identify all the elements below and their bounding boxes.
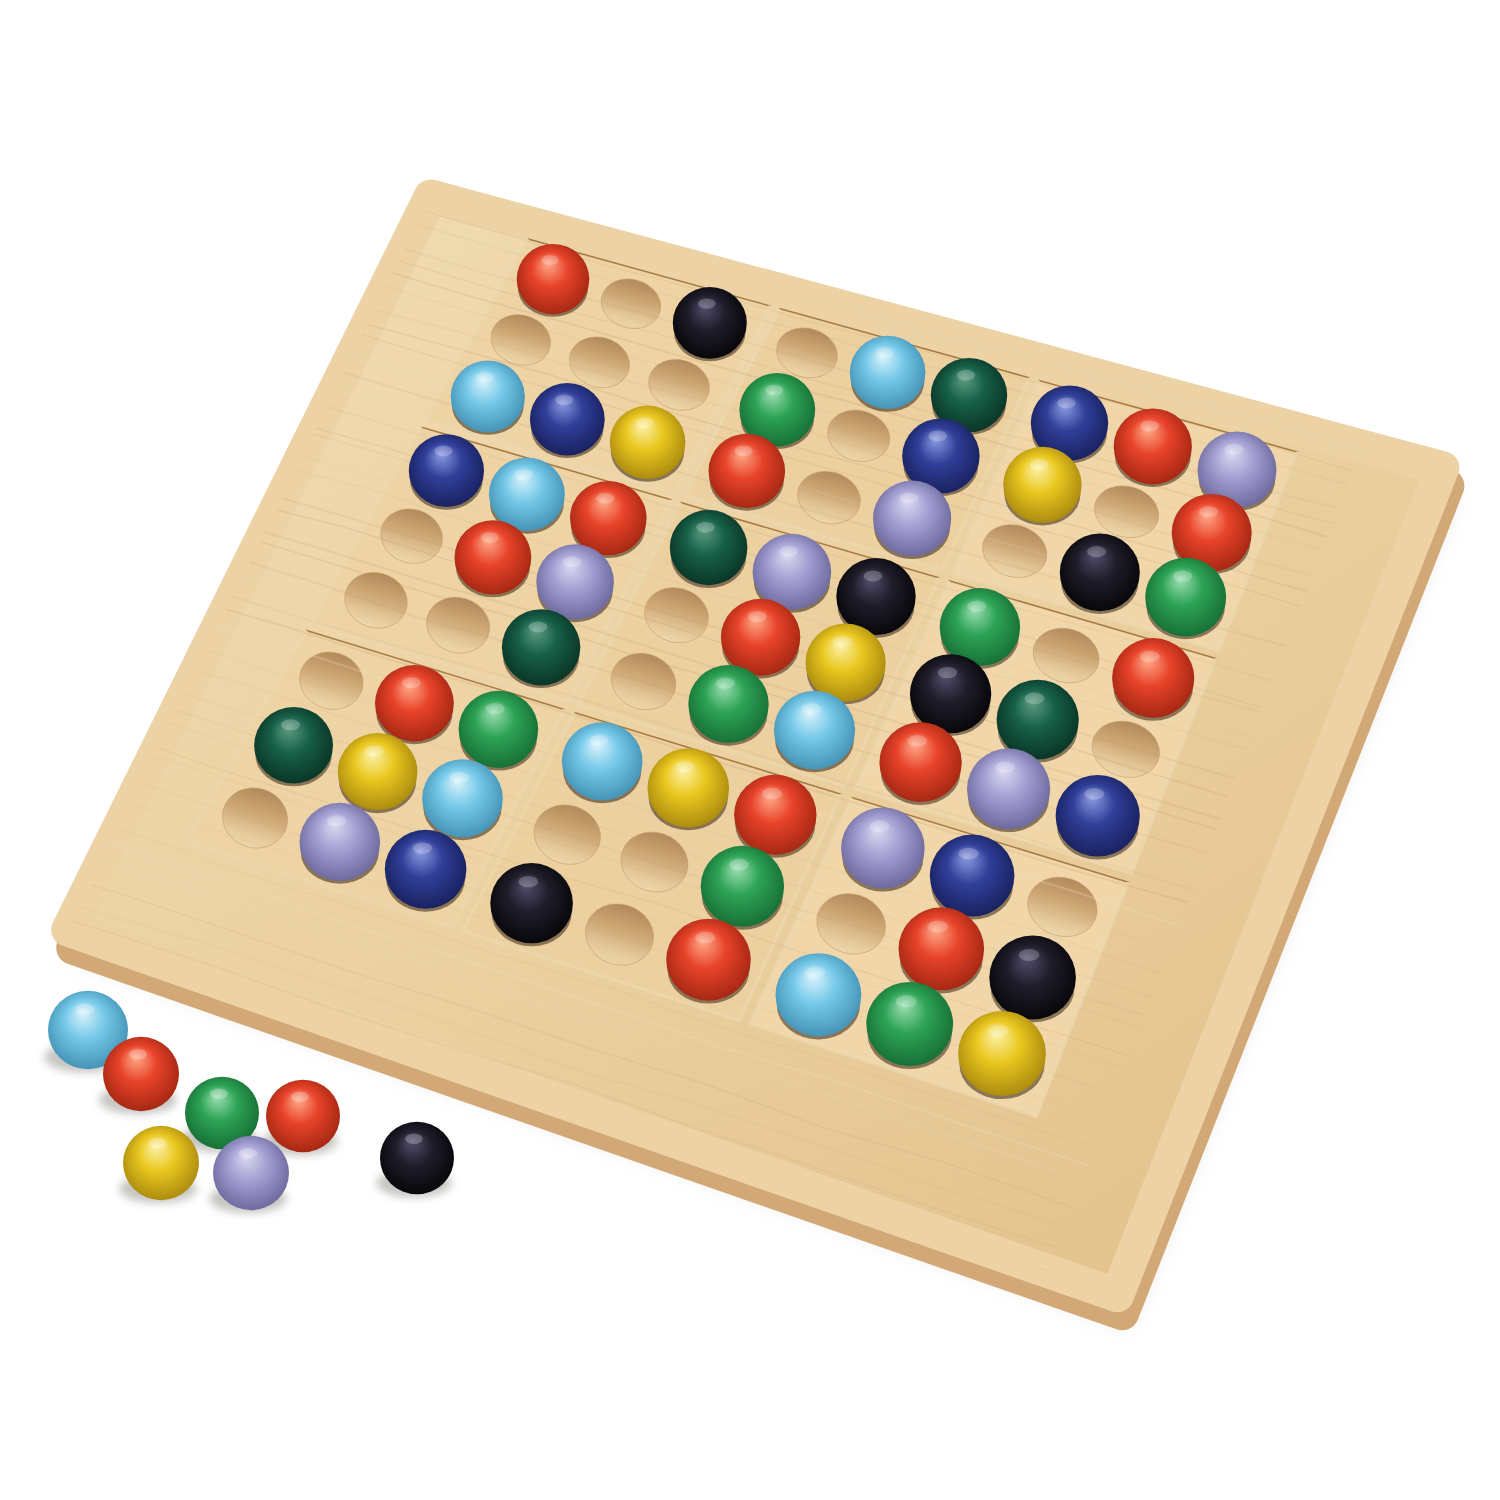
ball-r9c9-yellow[interactable] [958,1011,1046,1099]
ball-specular-highlight [1087,546,1106,557]
ball-r3c4-red[interactable] [709,434,786,511]
ball-sphere [899,907,985,990]
ball-specular-highlight [762,788,782,800]
ball-specular-highlight [900,493,919,504]
ball-r7c2-red[interactable] [375,665,454,744]
ball-specular-highlight [515,469,533,480]
ball-r8c8-red[interactable] [899,907,985,993]
scene [0,0,1500,1500]
ball-specular-highlight [870,820,890,832]
ball-specular-highlight [1140,651,1160,663]
photo-canvas [0,0,1500,1500]
ball-r3c9-green[interactable] [1145,558,1226,639]
ball-r3c2-dark-blue[interactable] [530,383,605,458]
ball-sphere [489,457,565,531]
ball-specular-highlight [988,1025,1009,1037]
ball-sphere [753,534,832,610]
ball-specular-highlight [695,932,715,944]
ball-sphere [709,434,786,508]
ball-r6c8-purple[interactable] [967,749,1050,833]
ball-sphere [841,808,925,889]
ball-specular-highlight [967,601,986,612]
ball-sphere [958,1011,1046,1096]
ball-sphere [648,748,730,827]
ball-specular-highlight [486,703,505,714]
ball-sphere [490,863,573,943]
ball-specular-highlight [1084,788,1104,800]
ball-sphere [670,510,748,585]
ball-r6c5-green[interactable] [688,665,768,746]
ball-specular-highlight [729,859,749,871]
ball-r1c8-red[interactable] [1114,408,1192,487]
ball-sphere [1056,775,1140,857]
ball-specular-highlight [1030,459,1049,470]
ball-r4c9-red[interactable] [1112,638,1194,721]
ball-sphere [806,624,886,702]
ball-sphere [300,803,381,881]
ball-sphere [910,654,991,733]
ball-r8c6-green[interactable] [701,846,784,930]
ball-r9c7-light-blue[interactable] [776,953,862,1039]
ball-r3c6-purple[interactable] [873,481,951,560]
ball-specular-highlight [1025,693,1045,705]
ball-r8c2-yellow[interactable] [338,733,418,813]
ball-r6c6-light-blue[interactable] [774,691,855,773]
ball-specular-highlight [957,370,975,381]
ball-sphere [610,406,686,479]
ball-specular-highlight [413,842,433,853]
ball-sphere [879,722,961,802]
ball-sphere [517,244,590,314]
ball-specular-highlight [863,570,882,581]
ball-sphere [688,665,768,743]
ball-specular-highlight [1199,506,1218,517]
ball-sphere [123,1126,199,1200]
ball-specular-highlight [748,611,767,622]
ball-specular-highlight [555,395,573,405]
ball-r1c5-light-blue[interactable] [850,336,926,412]
ball-specular-highlight [907,735,927,747]
ball-specular-highlight [805,967,826,979]
ball-sphere [1112,638,1194,718]
ball-specular-highlight [735,446,753,457]
ball-sphere [873,481,951,557]
ball-specular-highlight [210,1089,228,1099]
ball-specular-highlight [928,921,949,933]
ball-sphere [1003,447,1081,523]
ball-specular-highlight [801,703,821,714]
ball-specular-highlight [698,298,716,308]
ball-r9c2-purple[interactable] [300,803,381,884]
ball-specular-highlight [481,532,499,543]
ball-sphere [930,835,1015,917]
ball-sphere [455,520,532,594]
ball-sphere [266,1080,340,1153]
ball-specular-highlight [833,636,852,647]
ball-specular-highlight [1173,570,1192,581]
ball-specular-highlight [1140,421,1159,432]
ball-specular-highlight [239,1148,257,1159]
ball-sphere [422,759,503,837]
ball-specular-highlight [696,522,715,533]
ball-specular-highlight [876,347,894,358]
ball-r3c8-black[interactable] [1060,534,1140,614]
ball-r5c2-red[interactable] [455,520,532,597]
ball-specular-highlight [518,876,538,888]
ball-specular-highlight [149,1138,167,1149]
ball-sphere [385,830,467,909]
ball-sphere [103,1037,179,1111]
ball-specular-highlight [75,1004,94,1015]
ball-specular-highlight [402,677,421,688]
ball-specular-highlight [589,735,608,746]
ball-r3c3-yellow[interactable] [610,406,686,482]
ball-specular-highlight [434,446,452,457]
ball-specular-highlight [291,1092,309,1102]
ball-r6c7-red[interactable] [879,722,961,805]
ball-r9c3-dark-blue[interactable] [385,830,467,912]
ball-sphere [734,775,816,855]
ball-sphere [459,691,539,768]
ball-specular-highlight [1224,444,1243,455]
ball-r9c8-green[interactable] [866,982,953,1069]
ball-specular-highlight [1057,398,1076,409]
ball-sphere [1145,558,1226,637]
ball-sphere [536,544,614,619]
ball-r1c1-red[interactable] [517,244,590,317]
ball-sphere [776,953,862,1036]
ball-sphere [502,609,580,685]
ball-sphere [213,1136,289,1210]
ball-sphere [451,361,525,433]
ball-sphere [375,665,454,741]
ball-sphere [997,680,1079,760]
ball-sphere [1060,534,1140,612]
ball-sphere [989,936,1076,1020]
ball-specular-highlight [995,761,1015,773]
ball-specular-highlight [765,385,783,396]
ball-r4c1-dark-blue[interactable] [409,434,484,510]
ball-specular-highlight [929,431,948,442]
ball-sphere [774,691,855,770]
ball-specular-highlight [938,667,958,678]
ball-specular-highlight [716,678,735,689]
ball-specular-highlight [596,493,614,504]
ball-specular-highlight [563,556,582,567]
ball-specular-highlight [675,761,695,772]
ball-r9c4-black[interactable] [490,863,573,946]
ball-r1c3-black[interactable] [673,287,747,361]
ball-r7c7-purple[interactable] [841,808,925,892]
ball-specular-highlight [541,255,558,265]
ball-r7c4-light-blue[interactable] [562,722,643,803]
ball-sphere [701,846,784,927]
ball-sphere [967,749,1050,830]
ball-specular-highlight [476,372,494,382]
ball-sphere [380,1122,454,1195]
ball-r8c1-dark-green[interactable] [254,707,333,786]
ball-specular-highlight [896,995,917,1007]
ball-specular-highlight [327,815,346,826]
ball-r3c1-light-blue[interactable] [451,361,525,435]
ball-r9c6-red[interactable] [666,919,751,1004]
ball-r7c6-red[interactable] [734,775,816,858]
ball-r6c9-dark-blue[interactable] [1056,775,1140,860]
ball-sphere [530,383,605,456]
ball-sphere [836,558,915,635]
ball-r8c3-light-blue[interactable] [422,759,503,840]
ball-sphere [666,919,751,1001]
ball-specular-highlight [529,621,548,632]
ball-specular-highlight [959,848,979,860]
ball-specular-highlight [129,1049,147,1060]
ball-sphere [866,982,953,1066]
ball-sphere [254,707,333,783]
ball-specular-highlight [779,546,798,557]
ball-sphere [570,481,647,555]
ball-r7c3-green[interactable] [459,691,539,771]
ball-sphere [338,733,418,810]
ball-r8c9-black[interactable] [989,936,1076,1023]
ball-specular-highlight [281,719,300,730]
ball-sphere [562,722,643,800]
ball-sphere [850,336,926,409]
ball-specular-highlight [450,772,469,783]
ball-sphere [673,287,747,359]
ball-r2c7-yellow[interactable] [1003,447,1081,526]
ball-specular-highlight [405,1134,423,1144]
ball-r7c8-dark-blue[interactable] [930,835,1015,920]
ball-sphere [721,599,800,676]
ball-specular-highlight [636,417,654,428]
ball-r7c5-yellow[interactable] [648,748,730,830]
ball-r4c4-dark-green[interactable] [670,510,748,588]
ball-sphere [409,434,484,507]
ball-r6c3-dark-green[interactable] [502,609,580,688]
ball-specular-highlight [1019,949,1040,961]
ball-sphere [1114,408,1192,484]
ball-specular-highlight [365,745,384,756]
